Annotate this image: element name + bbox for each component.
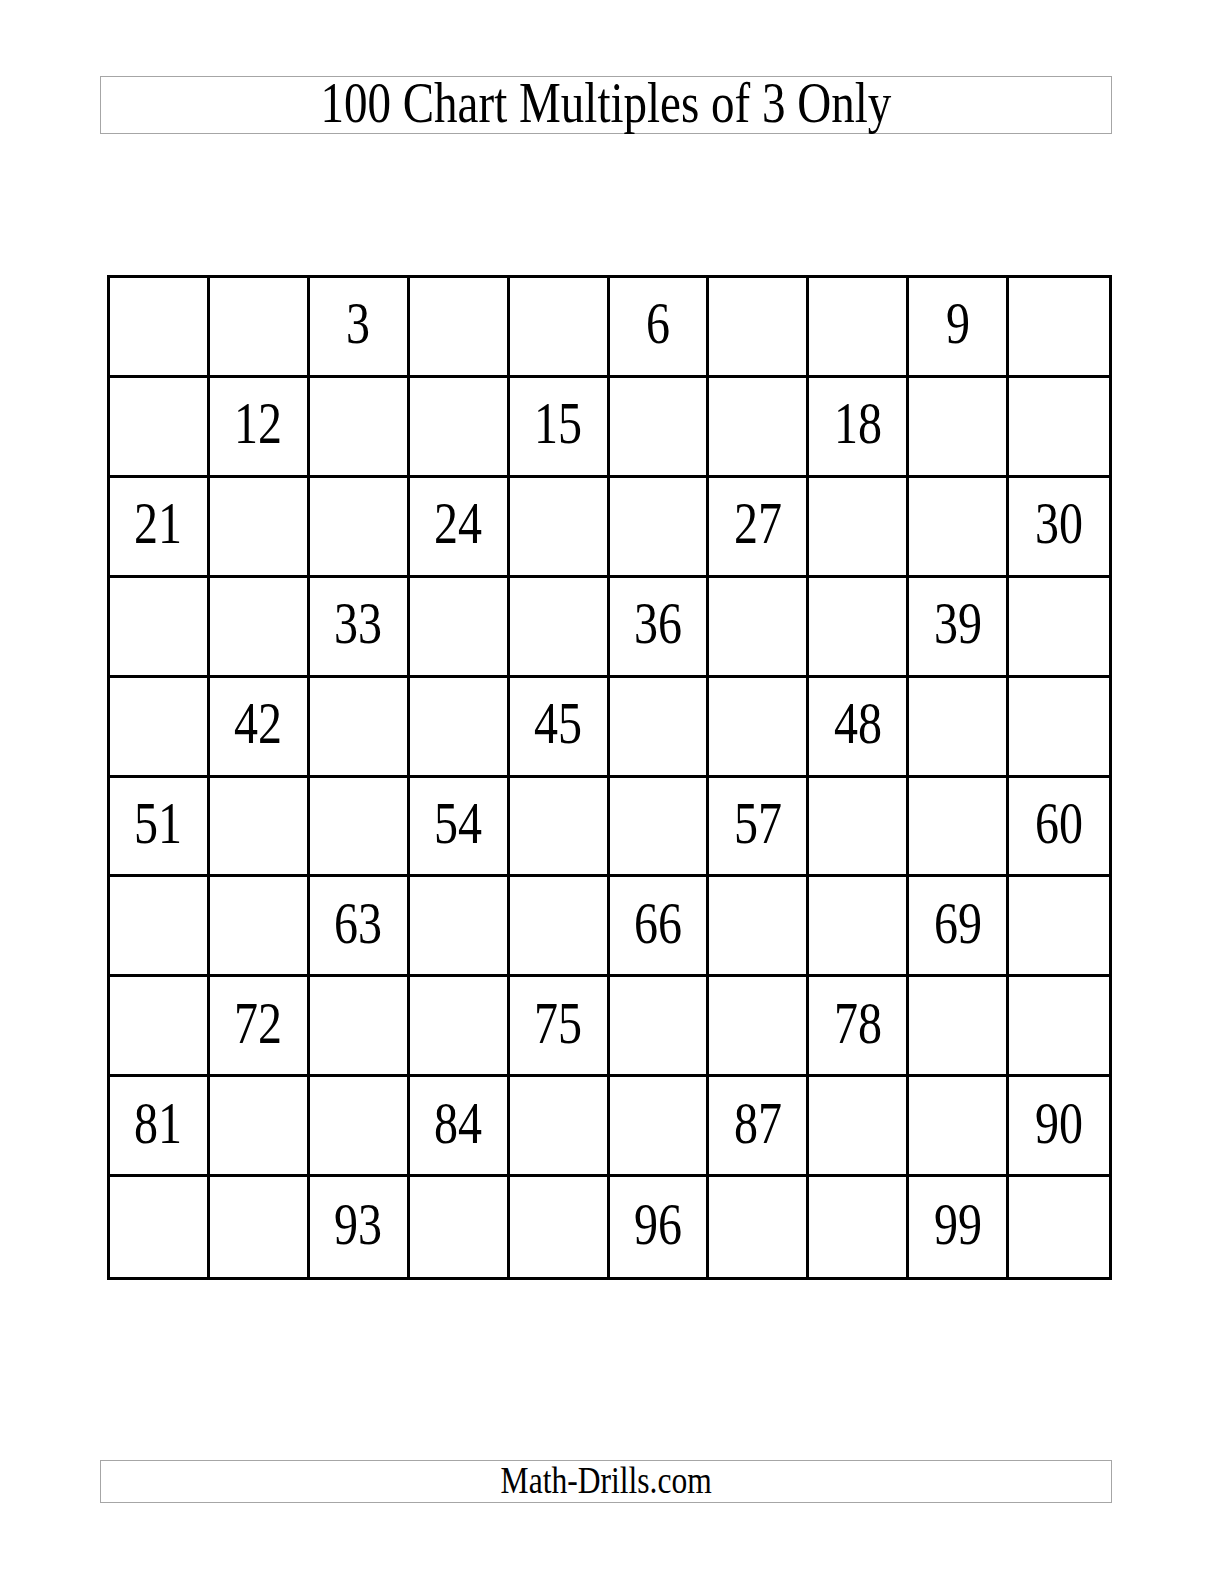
- chart-cell: [210, 778, 310, 878]
- chart-cell: 54: [410, 778, 510, 878]
- page-title: 100 Chart Multiples of 3 Only: [321, 75, 892, 135]
- chart-cell: [110, 1177, 210, 1277]
- chart-cell: [909, 378, 1009, 478]
- chart-cell: [809, 578, 909, 678]
- chart-cell: [809, 278, 909, 378]
- footer-brand: Math-Drills.com: [500, 1461, 711, 1502]
- cell-number: 54: [434, 793, 482, 859]
- chart-cell: [410, 378, 510, 478]
- chart-cell: [210, 1077, 310, 1177]
- chart-cell: [410, 877, 510, 977]
- cell-number: 9: [946, 293, 970, 359]
- cell-number: 93: [334, 1194, 382, 1260]
- chart-cell: 42: [210, 678, 310, 778]
- chart-cell: 27: [709, 478, 809, 578]
- chart-cell: [709, 977, 809, 1077]
- chart-cell: 33: [310, 578, 410, 678]
- cell-number: 72: [234, 993, 282, 1059]
- chart-cell: 12: [210, 378, 310, 478]
- chart-cell: [310, 1077, 410, 1177]
- chart-cell: 81: [110, 1077, 210, 1177]
- chart-cell: 60: [1009, 778, 1109, 878]
- chart-cell: [410, 578, 510, 678]
- cell-number: 24: [434, 493, 482, 559]
- chart-cell: [410, 678, 510, 778]
- chart-cell: 21: [110, 478, 210, 578]
- chart-cell: [1009, 278, 1109, 378]
- cell-number: 6: [646, 293, 670, 359]
- chart-cell: 99: [909, 1177, 1009, 1277]
- cell-number: 66: [634, 893, 682, 959]
- cell-number: 75: [534, 993, 582, 1059]
- cell-number: 39: [934, 593, 982, 659]
- footer-box: Math-Drills.com: [100, 1460, 1112, 1503]
- chart-cell: 90: [1009, 1077, 1109, 1177]
- chart-cell: [909, 778, 1009, 878]
- cell-number: 30: [1035, 493, 1083, 559]
- chart-cell: 75: [510, 977, 610, 1077]
- cell-number: 33: [334, 593, 382, 659]
- chart-cell: [410, 1177, 510, 1277]
- cell-number: 36: [634, 593, 682, 659]
- cell-number: 3: [346, 293, 370, 359]
- title-box: 100 Chart Multiples of 3 Only: [100, 76, 1112, 134]
- chart-cell: [510, 877, 610, 977]
- cell-number: 81: [134, 1093, 182, 1159]
- chart-cell: 51: [110, 778, 210, 878]
- chart-cell: [909, 478, 1009, 578]
- chart-cell: [709, 678, 809, 778]
- chart-cell: [110, 877, 210, 977]
- cell-number: 48: [834, 693, 882, 759]
- chart-cell: [809, 877, 909, 977]
- chart-cell: 39: [909, 578, 1009, 678]
- chart-cell: [909, 1077, 1009, 1177]
- hundred-chart-grid: 3691215182124273033363942454851545760636…: [107, 275, 1112, 1280]
- chart-cell: [110, 578, 210, 678]
- cell-number: 96: [634, 1194, 682, 1260]
- cell-number: 78: [834, 993, 882, 1059]
- chart-cell: [510, 478, 610, 578]
- chart-cell: [310, 778, 410, 878]
- chart-cell: 69: [909, 877, 1009, 977]
- chart-cell: [110, 378, 210, 478]
- cell-number: 57: [734, 793, 782, 859]
- chart-cell: [809, 1177, 909, 1277]
- chart-cell: [510, 278, 610, 378]
- cell-number: 60: [1035, 793, 1083, 859]
- chart-cell: 6: [610, 278, 710, 378]
- chart-cell: 66: [610, 877, 710, 977]
- chart-cell: 48: [809, 678, 909, 778]
- chart-cell: [610, 678, 710, 778]
- chart-cell: 15: [510, 378, 610, 478]
- chart-cell: [510, 778, 610, 878]
- chart-cell: [1009, 678, 1109, 778]
- chart-cell: [510, 1077, 610, 1177]
- worksheet-page: { "title": "100 Chart Multiples of 3 Onl…: [0, 0, 1224, 1584]
- chart-cell: [709, 378, 809, 478]
- chart-cell: [1009, 877, 1109, 977]
- chart-cell: [610, 977, 710, 1077]
- chart-cell: 72: [210, 977, 310, 1077]
- chart-cell: 78: [809, 977, 909, 1077]
- chart-cell: [310, 478, 410, 578]
- chart-cell: [110, 678, 210, 778]
- chart-cell: [1009, 378, 1109, 478]
- cell-number: 15: [534, 393, 582, 459]
- chart-cell: 30: [1009, 478, 1109, 578]
- chart-cell: 84: [410, 1077, 510, 1177]
- chart-cell: [210, 478, 310, 578]
- chart-cell: [310, 977, 410, 1077]
- cell-number: 12: [234, 393, 282, 459]
- chart-cell: [610, 378, 710, 478]
- cell-number: 42: [234, 693, 282, 759]
- cell-number: 87: [734, 1093, 782, 1159]
- chart-cell: [410, 278, 510, 378]
- chart-cell: [809, 778, 909, 878]
- cell-number: 21: [134, 493, 182, 559]
- chart-cell: [410, 977, 510, 1077]
- chart-cell: 3: [310, 278, 410, 378]
- chart-cell: [709, 578, 809, 678]
- cell-number: 63: [334, 893, 382, 959]
- chart-cell: [210, 278, 310, 378]
- cell-number: 99: [934, 1194, 982, 1260]
- chart-cell: 36: [610, 578, 710, 678]
- chart-cell: [709, 1177, 809, 1277]
- chart-cell: [1009, 578, 1109, 678]
- chart-cell: [210, 578, 310, 678]
- chart-cell: [610, 478, 710, 578]
- chart-cell: [909, 977, 1009, 1077]
- chart-cell: 24: [410, 478, 510, 578]
- chart-cell: [310, 378, 410, 478]
- chart-cell: [809, 478, 909, 578]
- chart-cell: [809, 1077, 909, 1177]
- cell-number: 69: [934, 893, 982, 959]
- cell-number: 27: [734, 493, 782, 559]
- chart-cell: [709, 278, 809, 378]
- cell-number: 18: [834, 393, 882, 459]
- chart-cell: [310, 678, 410, 778]
- chart-cell: [110, 278, 210, 378]
- chart-cell: [210, 1177, 310, 1277]
- chart-cell: [709, 877, 809, 977]
- chart-cell: 9: [909, 278, 1009, 378]
- chart-cell: [909, 678, 1009, 778]
- chart-cell: [1009, 1177, 1109, 1277]
- chart-cell: [610, 1077, 710, 1177]
- chart-cell: 93: [310, 1177, 410, 1277]
- cell-number: 45: [534, 693, 582, 759]
- cell-number: 51: [134, 793, 182, 859]
- chart-cell: 96: [610, 1177, 710, 1277]
- chart-cell: [610, 778, 710, 878]
- cell-number: 84: [434, 1093, 482, 1159]
- chart-cell: 45: [510, 678, 610, 778]
- chart-cell: [510, 1177, 610, 1277]
- chart-cell: [110, 977, 210, 1077]
- chart-cell: 18: [809, 378, 909, 478]
- chart-cell: [1009, 977, 1109, 1077]
- chart-cell: 87: [709, 1077, 809, 1177]
- cell-number: 90: [1035, 1093, 1083, 1159]
- chart-cell: 57: [709, 778, 809, 878]
- chart-cell: [210, 877, 310, 977]
- chart-cell: [510, 578, 610, 678]
- chart-cell: 63: [310, 877, 410, 977]
